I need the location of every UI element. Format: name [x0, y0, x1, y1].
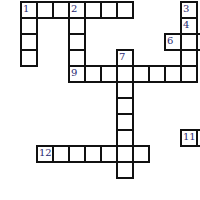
cell-r4c10[interactable] — [180, 65, 198, 83]
cell-r9c7[interactable] — [132, 145, 150, 163]
clue-number-4: 4 — [183, 19, 189, 30]
clue-number-9: 9 — [71, 67, 77, 78]
clue-number-12: 12 — [39, 147, 52, 158]
cell-r10c6[interactable] — [116, 161, 134, 179]
clue-number-1: 1 — [23, 3, 29, 14]
clue-number-6: 6 — [167, 35, 173, 46]
clue-number-3: 3 — [183, 3, 189, 14]
cell-r3c0[interactable] — [20, 49, 38, 67]
crossword-grid: 12346791112 — [0, 0, 200, 200]
clue-number-7: 7 — [119, 51, 125, 62]
cell-r8c11[interactable] — [196, 129, 200, 147]
cell-r0c6[interactable] — [116, 1, 134, 19]
clue-number-2: 2 — [71, 3, 77, 14]
clue-number-11: 11 — [183, 131, 196, 142]
